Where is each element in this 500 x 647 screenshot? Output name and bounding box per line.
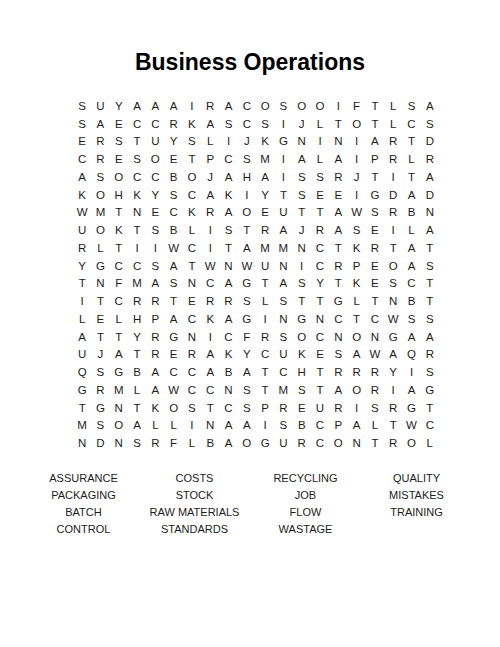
grid-cell[interactable]: S: [238, 292, 256, 310]
grid-cell[interactable]: P: [201, 150, 219, 168]
grid-cell[interactable]: H: [128, 310, 146, 328]
grid-cell[interactable]: C: [128, 257, 146, 275]
grid-cell[interactable]: Y: [256, 186, 274, 204]
grid-cell[interactable]: S: [421, 310, 439, 328]
grid-cell[interactable]: B: [219, 363, 237, 381]
grid-cell[interactable]: G: [402, 399, 420, 417]
grid-cell[interactable]: A: [402, 328, 420, 346]
grid-cell[interactable]: N: [91, 275, 109, 293]
grid-cell[interactable]: S: [73, 115, 91, 133]
grid-cell[interactable]: K: [73, 186, 91, 204]
grid-cell[interactable]: D: [384, 186, 402, 204]
grid-cell[interactable]: P: [256, 399, 274, 417]
grid-cell[interactable]: N: [219, 381, 237, 399]
grid-cell[interactable]: A: [329, 381, 347, 399]
grid-cell[interactable]: I: [293, 257, 311, 275]
grid-cell[interactable]: O: [384, 257, 402, 275]
grid-cell[interactable]: G: [238, 275, 256, 293]
grid-cell[interactable]: R: [329, 363, 347, 381]
grid-cell[interactable]: I: [347, 399, 365, 417]
grid-cell[interactable]: T: [421, 399, 439, 417]
grid-cell[interactable]: R: [384, 399, 402, 417]
grid-cell[interactable]: T: [329, 239, 347, 257]
grid-cell[interactable]: T: [421, 275, 439, 293]
grid-cell[interactable]: I: [384, 221, 402, 239]
grid-cell[interactable]: K: [347, 239, 365, 257]
grid-cell[interactable]: F: [347, 97, 365, 115]
grid-cell[interactable]: E: [366, 221, 384, 239]
grid-cell[interactable]: C: [183, 186, 201, 204]
grid-cell[interactable]: W: [164, 381, 182, 399]
grid-cell[interactable]: B: [128, 363, 146, 381]
grid-cell[interactable]: K: [183, 204, 201, 222]
grid-cell[interactable]: R: [91, 133, 109, 151]
grid-cell[interactable]: S: [274, 417, 292, 435]
grid-cell[interactable]: N: [110, 399, 128, 417]
grid-cell[interactable]: T: [366, 292, 384, 310]
grid-cell[interactable]: A: [421, 221, 439, 239]
grid-cell[interactable]: N: [73, 434, 91, 452]
grid-cell[interactable]: A: [329, 204, 347, 222]
grid-cell[interactable]: R: [146, 346, 164, 364]
grid-cell[interactable]: R: [201, 204, 219, 222]
grid-cell[interactable]: L: [183, 434, 201, 452]
grid-cell[interactable]: A: [347, 417, 365, 435]
grid-cell[interactable]: A: [146, 381, 164, 399]
grid-cell[interactable]: L: [311, 115, 329, 133]
grid-cell[interactable]: E: [91, 310, 109, 328]
grid-cell[interactable]: J: [293, 221, 311, 239]
grid-cell[interactable]: E: [73, 133, 91, 151]
grid-cell[interactable]: T: [91, 292, 109, 310]
grid-cell[interactable]: C: [274, 363, 292, 381]
grid-cell[interactable]: A: [421, 328, 439, 346]
grid-cell[interactable]: G: [91, 257, 109, 275]
grid-cell[interactable]: N: [219, 257, 237, 275]
grid-cell[interactable]: N: [329, 328, 347, 346]
grid-cell[interactable]: A: [201, 363, 219, 381]
grid-cell[interactable]: U: [146, 133, 164, 151]
grid-cell[interactable]: A: [219, 310, 237, 328]
grid-cell[interactable]: A: [384, 346, 402, 364]
grid-cell[interactable]: T: [402, 133, 420, 151]
grid-cell[interactable]: G: [164, 328, 182, 346]
grid-cell[interactable]: I: [329, 97, 347, 115]
grid-cell[interactable]: I: [183, 97, 201, 115]
grid-cell[interactable]: S: [293, 186, 311, 204]
grid-cell[interactable]: N: [128, 204, 146, 222]
grid-cell[interactable]: T: [164, 292, 182, 310]
grid-cell[interactable]: C: [311, 257, 329, 275]
grid-cell[interactable]: S: [421, 257, 439, 275]
grid-cell[interactable]: S: [146, 221, 164, 239]
grid-cell[interactable]: T: [311, 204, 329, 222]
grid-cell[interactable]: W: [402, 417, 420, 435]
grid-cell[interactable]: J: [91, 346, 109, 364]
grid-cell[interactable]: A: [219, 97, 237, 115]
grid-cell[interactable]: K: [219, 186, 237, 204]
grid-cell[interactable]: O: [110, 168, 128, 186]
grid-cell[interactable]: S: [366, 399, 384, 417]
grid-cell[interactable]: A: [219, 168, 237, 186]
grid-cell[interactable]: C: [402, 275, 420, 293]
grid-cell[interactable]: A: [146, 275, 164, 293]
grid-cell[interactable]: T: [421, 292, 439, 310]
grid-cell[interactable]: N: [329, 133, 347, 151]
grid-cell[interactable]: C: [219, 150, 237, 168]
grid-cell[interactable]: S: [183, 399, 201, 417]
grid-cell[interactable]: T: [311, 381, 329, 399]
grid-cell[interactable]: T: [183, 150, 201, 168]
grid-cell[interactable]: S: [238, 399, 256, 417]
grid-cell[interactable]: P: [146, 310, 164, 328]
grid-cell[interactable]: D: [421, 186, 439, 204]
grid-cell[interactable]: T: [402, 168, 420, 186]
grid-cell[interactable]: S: [164, 275, 182, 293]
grid-cell[interactable]: S: [183, 133, 201, 151]
grid-cell[interactable]: H: [110, 186, 128, 204]
grid-cell[interactable]: C: [110, 257, 128, 275]
grid-cell[interactable]: B: [201, 434, 219, 452]
grid-cell[interactable]: A: [238, 363, 256, 381]
grid-cell[interactable]: A: [164, 97, 182, 115]
grid-cell[interactable]: R: [384, 150, 402, 168]
grid-cell[interactable]: C: [73, 150, 91, 168]
grid-cell[interactable]: K: [201, 310, 219, 328]
grid-cell[interactable]: R: [421, 150, 439, 168]
grid-cell[interactable]: C: [311, 328, 329, 346]
grid-cell[interactable]: A: [201, 346, 219, 364]
grid-cell[interactable]: T: [256, 363, 274, 381]
grid-cell[interactable]: C: [183, 381, 201, 399]
grid-cell[interactable]: I: [384, 168, 402, 186]
grid-cell[interactable]: P: [366, 150, 384, 168]
grid-cell[interactable]: I: [347, 150, 365, 168]
grid-cell[interactable]: T: [91, 328, 109, 346]
grid-cell[interactable]: A: [421, 97, 439, 115]
grid-cell[interactable]: O: [347, 115, 365, 133]
grid-cell[interactable]: Y: [73, 257, 91, 275]
grid-cell[interactable]: M: [274, 381, 292, 399]
grid-cell[interactable]: A: [110, 346, 128, 364]
grid-cell[interactable]: S: [128, 150, 146, 168]
grid-cell[interactable]: H: [238, 168, 256, 186]
grid-cell[interactable]: A: [256, 168, 274, 186]
grid-cell[interactable]: A: [329, 221, 347, 239]
grid-cell[interactable]: S: [293, 275, 311, 293]
grid-cell[interactable]: K: [347, 275, 365, 293]
grid-cell[interactable]: A: [128, 417, 146, 435]
grid-cell[interactable]: E: [311, 186, 329, 204]
grid-cell[interactable]: U: [274, 204, 292, 222]
grid-cell[interactable]: N: [347, 434, 365, 452]
grid-cell[interactable]: E: [366, 257, 384, 275]
grid-cell[interactable]: S: [274, 292, 292, 310]
grid-cell[interactable]: C: [366, 310, 384, 328]
grid-cell[interactable]: Y: [311, 275, 329, 293]
grid-cell[interactable]: T: [128, 399, 146, 417]
grid-cell[interactable]: A: [402, 239, 420, 257]
grid-cell[interactable]: A: [219, 204, 237, 222]
grid-cell[interactable]: I: [274, 150, 292, 168]
grid-cell[interactable]: T: [128, 346, 146, 364]
grid-cell[interactable]: O: [183, 168, 201, 186]
grid-cell[interactable]: H: [293, 363, 311, 381]
grid-cell[interactable]: G: [274, 133, 292, 151]
grid-cell[interactable]: P: [347, 257, 365, 275]
grid-cell[interactable]: T: [293, 204, 311, 222]
grid-cell[interactable]: K: [219, 346, 237, 364]
grid-cell[interactable]: L: [402, 150, 420, 168]
grid-cell[interactable]: I: [347, 186, 365, 204]
grid-cell[interactable]: R: [91, 381, 109, 399]
grid-cell[interactable]: K: [146, 399, 164, 417]
grid-cell[interactable]: E: [366, 275, 384, 293]
grid-cell[interactable]: W: [238, 257, 256, 275]
grid-cell[interactable]: O: [164, 399, 182, 417]
grid-cell[interactable]: I: [256, 310, 274, 328]
grid-cell[interactable]: C: [183, 310, 201, 328]
grid-cell[interactable]: N: [366, 328, 384, 346]
grid-cell[interactable]: Y: [384, 363, 402, 381]
grid-cell[interactable]: A: [164, 310, 182, 328]
grid-cell[interactable]: L: [91, 239, 109, 257]
grid-cell[interactable]: L: [366, 417, 384, 435]
grid-cell[interactable]: C: [256, 346, 274, 364]
grid-cell[interactable]: C: [329, 310, 347, 328]
grid-cell[interactable]: I: [146, 239, 164, 257]
grid-cell[interactable]: R: [421, 346, 439, 364]
grid-cell[interactable]: G: [421, 381, 439, 399]
grid-cell[interactable]: I: [238, 186, 256, 204]
grid-cell[interactable]: N: [384, 292, 402, 310]
grid-cell[interactable]: R: [293, 434, 311, 452]
grid-cell[interactable]: Y: [128, 328, 146, 346]
grid-cell[interactable]: G: [238, 310, 256, 328]
grid-cell[interactable]: E: [329, 186, 347, 204]
grid-cell[interactable]: C: [219, 328, 237, 346]
grid-cell[interactable]: C: [311, 239, 329, 257]
grid-cell[interactable]: T: [256, 381, 274, 399]
grid-cell[interactable]: O: [329, 434, 347, 452]
grid-cell[interactable]: T: [73, 399, 91, 417]
grid-cell[interactable]: K: [110, 221, 128, 239]
grid-cell[interactable]: N: [201, 417, 219, 435]
grid-cell[interactable]: P: [329, 417, 347, 435]
grid-cell[interactable]: D: [421, 133, 439, 151]
grid-cell[interactable]: R: [384, 133, 402, 151]
grid-cell[interactable]: I: [128, 239, 146, 257]
grid-cell[interactable]: S: [421, 363, 439, 381]
grid-cell[interactable]: T: [329, 275, 347, 293]
grid-cell[interactable]: A: [219, 275, 237, 293]
grid-cell[interactable]: A: [219, 434, 237, 452]
grid-cell[interactable]: S: [91, 168, 109, 186]
grid-cell[interactable]: C: [164, 363, 182, 381]
grid-cell[interactable]: L: [73, 310, 91, 328]
grid-cell[interactable]: L: [384, 115, 402, 133]
grid-cell[interactable]: O: [293, 97, 311, 115]
grid-cell[interactable]: N: [311, 310, 329, 328]
grid-cell[interactable]: S: [91, 363, 109, 381]
grid-cell[interactable]: C: [238, 97, 256, 115]
grid-cell[interactable]: L: [146, 417, 164, 435]
grid-cell[interactable]: K: [293, 346, 311, 364]
grid-cell[interactable]: S: [311, 168, 329, 186]
grid-cell[interactable]: C: [311, 417, 329, 435]
grid-cell[interactable]: E: [311, 346, 329, 364]
grid-cell[interactable]: O: [91, 186, 109, 204]
grid-cell[interactable]: T: [366, 115, 384, 133]
grid-cell[interactable]: B: [164, 221, 182, 239]
grid-cell[interactable]: C: [183, 363, 201, 381]
grid-cell[interactable]: U: [274, 346, 292, 364]
grid-cell[interactable]: C: [183, 239, 201, 257]
grid-cell[interactable]: J: [347, 168, 365, 186]
grid-cell[interactable]: E: [146, 204, 164, 222]
grid-cell[interactable]: O: [91, 221, 109, 239]
grid-cell[interactable]: S: [384, 275, 402, 293]
grid-cell[interactable]: L: [183, 221, 201, 239]
grid-cell[interactable]: R: [311, 221, 329, 239]
grid-cell[interactable]: G: [73, 381, 91, 399]
grid-cell[interactable]: L: [128, 381, 146, 399]
grid-cell[interactable]: E: [183, 292, 201, 310]
grid-cell[interactable]: R: [274, 399, 292, 417]
grid-cell[interactable]: T: [293, 292, 311, 310]
grid-cell[interactable]: E: [256, 204, 274, 222]
grid-cell[interactable]: C: [421, 417, 439, 435]
grid-cell[interactable]: T: [128, 221, 146, 239]
grid-cell[interactable]: I: [402, 363, 420, 381]
grid-cell[interactable]: Q: [402, 346, 420, 364]
grid-cell[interactable]: I: [274, 115, 292, 133]
grid-cell[interactable]: T: [366, 434, 384, 452]
grid-cell[interactable]: Y: [110, 97, 128, 115]
grid-cell[interactable]: G: [366, 186, 384, 204]
grid-cell[interactable]: N: [274, 310, 292, 328]
grid-cell[interactable]: S: [238, 381, 256, 399]
grid-cell[interactable]: W: [73, 204, 91, 222]
grid-cell[interactable]: U: [311, 399, 329, 417]
grid-cell[interactable]: T: [219, 239, 237, 257]
grid-cell[interactable]: G: [329, 292, 347, 310]
grid-cell[interactable]: R: [384, 204, 402, 222]
grid-cell[interactable]: C: [311, 434, 329, 452]
grid-cell[interactable]: B: [402, 292, 420, 310]
grid-cell[interactable]: L: [201, 133, 219, 151]
grid-cell[interactable]: T: [366, 168, 384, 186]
grid-cell[interactable]: M: [274, 239, 292, 257]
grid-cell[interactable]: Y: [164, 133, 182, 151]
grid-cell[interactable]: O: [256, 97, 274, 115]
grid-cell[interactable]: L: [347, 292, 365, 310]
grid-cell[interactable]: C: [201, 275, 219, 293]
grid-cell[interactable]: A: [238, 417, 256, 435]
grid-cell[interactable]: A: [293, 150, 311, 168]
grid-cell[interactable]: R: [146, 328, 164, 346]
grid-cell[interactable]: T: [73, 275, 91, 293]
grid-cell[interactable]: I: [311, 133, 329, 151]
grid-cell[interactable]: N: [421, 204, 439, 222]
grid-cell[interactable]: T: [384, 417, 402, 435]
grid-cell[interactable]: S: [110, 133, 128, 151]
grid-cell[interactable]: S: [293, 381, 311, 399]
grid-cell[interactable]: C: [128, 115, 146, 133]
grid-cell[interactable]: N: [274, 257, 292, 275]
grid-cell[interactable]: L: [110, 310, 128, 328]
grid-cell[interactable]: O: [402, 434, 420, 452]
grid-cell[interactable]: M: [110, 381, 128, 399]
grid-cell[interactable]: M: [256, 239, 274, 257]
grid-cell[interactable]: I: [219, 133, 237, 151]
grid-cell[interactable]: L: [256, 292, 274, 310]
grid-cell[interactable]: S: [238, 150, 256, 168]
grid-cell[interactable]: R: [91, 150, 109, 168]
grid-cell[interactable]: E: [164, 150, 182, 168]
grid-cell[interactable]: R: [128, 292, 146, 310]
grid-cell[interactable]: R: [183, 346, 201, 364]
grid-cell[interactable]: N: [293, 239, 311, 257]
grid-cell[interactable]: T: [110, 328, 128, 346]
grid-cell[interactable]: T: [110, 204, 128, 222]
grid-cell[interactable]: S: [293, 168, 311, 186]
grid-cell[interactable]: S: [366, 204, 384, 222]
grid-cell[interactable]: E: [110, 115, 128, 133]
grid-cell[interactable]: Q: [73, 363, 91, 381]
grid-cell[interactable]: I: [73, 292, 91, 310]
grid-cell[interactable]: B: [402, 204, 420, 222]
grid-cell[interactable]: L: [384, 97, 402, 115]
grid-cell[interactable]: W: [201, 257, 219, 275]
grid-cell[interactable]: R: [329, 257, 347, 275]
grid-cell[interactable]: D: [91, 434, 109, 452]
grid-cell[interactable]: K: [128, 186, 146, 204]
grid-cell[interactable]: R: [201, 97, 219, 115]
grid-cell[interactable]: I: [201, 221, 219, 239]
grid-cell[interactable]: C: [238, 115, 256, 133]
grid-cell[interactable]: I: [201, 328, 219, 346]
grid-cell[interactable]: I: [183, 417, 201, 435]
grid-cell[interactable]: R: [164, 115, 182, 133]
grid-cell[interactable]: C: [128, 168, 146, 186]
grid-cell[interactable]: W: [347, 204, 365, 222]
grid-cell[interactable]: U: [91, 97, 109, 115]
grid-cell[interactable]: R: [146, 292, 164, 310]
grid-cell[interactable]: W: [366, 346, 384, 364]
grid-cell[interactable]: A: [329, 150, 347, 168]
grid-cell[interactable]: S: [421, 115, 439, 133]
grid-cell[interactable]: J: [201, 168, 219, 186]
grid-cell[interactable]: C: [146, 168, 164, 186]
grid-cell[interactable]: Y: [238, 346, 256, 364]
grid-cell[interactable]: O: [347, 328, 365, 346]
grid-cell[interactable]: L: [164, 417, 182, 435]
grid-cell[interactable]: R: [329, 399, 347, 417]
grid-cell[interactable]: C: [402, 115, 420, 133]
grid-cell[interactable]: C: [164, 204, 182, 222]
grid-cell[interactable]: J: [293, 115, 311, 133]
grid-cell[interactable]: A: [402, 381, 420, 399]
grid-cell[interactable]: U: [274, 434, 292, 452]
grid-cell[interactable]: T: [110, 239, 128, 257]
grid-cell[interactable]: J: [238, 133, 256, 151]
grid-cell[interactable]: U: [256, 257, 274, 275]
grid-cell[interactable]: S: [73, 97, 91, 115]
grid-cell[interactable]: F: [164, 434, 182, 452]
grid-cell[interactable]: M: [73, 417, 91, 435]
grid-cell[interactable]: T: [128, 133, 146, 151]
